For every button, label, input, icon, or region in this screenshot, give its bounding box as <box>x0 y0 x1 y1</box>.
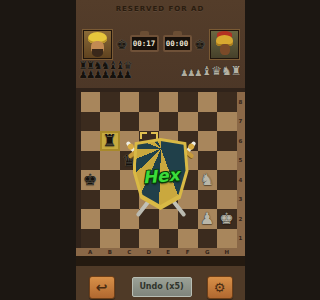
file-label-c: C <box>120 248 140 256</box>
square-d2[interactable] <box>139 209 159 229</box>
captured-black-pawns-tray: ♟♟♟♟♟♟♟ <box>79 63 131 82</box>
square-c8[interactable] <box>120 92 140 112</box>
square-c6[interactable] <box>120 131 140 151</box>
rank-label-8: 8 <box>237 92 245 112</box>
square-e5[interactable] <box>159 151 179 171</box>
square-e7[interactable] <box>159 112 179 132</box>
square-f5[interactable] <box>178 151 198 171</box>
square-h2[interactable]: ♚ <box>217 209 237 229</box>
square-b4[interactable] <box>100 170 120 190</box>
captured-rook-icon: ♜ <box>231 64 242 78</box>
square-a3[interactable] <box>81 190 101 210</box>
square-c4[interactable] <box>120 170 140 190</box>
rank-label-2: 2 <box>237 209 245 229</box>
square-g1[interactable] <box>198 229 218 249</box>
file-label-e: E <box>159 248 179 256</box>
black-king: ♚ <box>81 170 101 190</box>
rank-label-7: 7 <box>237 112 245 132</box>
square-e4[interactable] <box>159 170 179 190</box>
square-a2[interactable] <box>81 209 101 229</box>
file-label-b: B <box>100 248 120 256</box>
right-avatar-face <box>220 44 230 55</box>
square-b6[interactable]: ♜ <box>100 131 120 151</box>
captured-white-tray: ♟♟♟♝♛♞♜ <box>170 57 242 78</box>
board-grid: ♜♛♚♞♟♚ <box>81 92 237 248</box>
square-g8[interactable] <box>198 92 218 112</box>
captured-pawn-icon: ♟ <box>123 68 132 80</box>
bottom-toolbar: ↩ Undo (x5) ⚙ <box>76 266 245 300</box>
square-h6[interactable] <box>217 131 237 151</box>
square-d8[interactable] <box>139 92 159 112</box>
square-h3[interactable] <box>217 190 237 210</box>
square-g4[interactable]: ♞ <box>198 170 218 190</box>
settings-gear-button[interactable]: ⚙ <box>207 276 233 299</box>
square-b8[interactable] <box>100 92 120 112</box>
square-h4[interactable] <box>217 170 237 190</box>
square-b3[interactable] <box>100 190 120 210</box>
square-c3[interactable] <box>120 190 140 210</box>
square-g2[interactable]: ♟ <box>198 209 218 229</box>
rank-label-5: 5 <box>237 151 245 171</box>
square-h5[interactable] <box>217 151 237 171</box>
right-side-king-icon: ♚ <box>193 36 207 54</box>
left-player-timer: 00:17 <box>130 35 159 52</box>
square-h1[interactable] <box>217 229 237 249</box>
square-e2[interactable] <box>159 209 179 229</box>
square-a4[interactable]: ♚ <box>81 170 101 190</box>
square-e6[interactable] <box>159 131 179 151</box>
square-d3[interactable] <box>139 190 159 210</box>
square-h7[interactable] <box>217 112 237 132</box>
square-e1[interactable] <box>159 229 179 249</box>
square-c5[interactable]: ♛ <box>120 151 140 171</box>
right-player-timer: 00:00 <box>163 35 192 52</box>
square-b5[interactable] <box>100 151 120 171</box>
ad-banner-placeholder: RESERVED FOR AD <box>76 5 245 13</box>
rank-label-3: 3 <box>237 190 245 210</box>
square-a1[interactable] <box>81 229 101 249</box>
square-g6[interactable] <box>198 131 218 151</box>
chess-board: ♜♛♚♞♟♚ 87654321 ABCDEFGH <box>76 88 245 256</box>
square-g7[interactable] <box>198 112 218 132</box>
white-knight: ♞ <box>198 170 218 190</box>
square-f3[interactable] <box>178 190 198 210</box>
square-c2[interactable] <box>120 209 140 229</box>
square-f8[interactable] <box>178 92 198 112</box>
white-king: ♚ <box>217 209 237 229</box>
rank-label-6: 6 <box>237 131 245 151</box>
black-rook: ♜ <box>100 131 120 151</box>
square-d6[interactable] <box>139 131 159 151</box>
file-label-f: F <box>178 248 198 256</box>
chess-app: RESERVED FOR AD ♚ 00:17 00:00 ♚ ♜♜♞♞♝♝♛ … <box>76 0 245 300</box>
square-e8[interactable] <box>159 92 179 112</box>
undo-count-button[interactable]: Undo (x5) <box>132 277 192 297</box>
square-f2[interactable] <box>178 209 198 229</box>
move-marker-corner <box>140 143 147 150</box>
square-d5[interactable] <box>139 151 159 171</box>
move-marker-corner <box>151 132 158 139</box>
square-a7[interactable] <box>81 112 101 132</box>
left-side-king-icon: ♚ <box>115 36 129 54</box>
white-pawn: ♟ <box>198 209 218 229</box>
rank-labels: 87654321 <box>237 92 245 248</box>
file-label-a: A <box>81 248 101 256</box>
square-b2[interactable] <box>100 209 120 229</box>
square-d1[interactable] <box>139 229 159 249</box>
square-d7[interactable] <box>139 112 159 132</box>
back-undo-button[interactable]: ↩ <box>89 276 115 299</box>
black-queen: ♛ <box>120 151 140 171</box>
rank-label-1: 1 <box>237 229 245 249</box>
square-a8[interactable] <box>81 92 101 112</box>
square-e3[interactable] <box>159 190 179 210</box>
square-f4[interactable] <box>178 170 198 190</box>
game-clock: 00:17 00:00 <box>130 31 192 57</box>
file-labels: ABCDEFGH <box>76 248 245 256</box>
board-bottom-edge <box>76 256 245 266</box>
square-g5[interactable] <box>198 151 218 171</box>
square-c1[interactable] <box>120 229 140 249</box>
file-label-d: D <box>139 248 159 256</box>
square-f6[interactable] <box>178 131 198 151</box>
square-b7[interactable] <box>100 112 120 132</box>
square-a6[interactable] <box>81 131 101 151</box>
square-b1[interactable] <box>100 229 120 249</box>
square-g3[interactable] <box>198 190 218 210</box>
file-label-g: G <box>198 248 218 256</box>
square-f1[interactable] <box>178 229 198 249</box>
rank-label-4: 4 <box>237 170 245 190</box>
square-h8[interactable] <box>217 92 237 112</box>
move-marker-corner <box>151 143 158 150</box>
square-f7[interactable] <box>178 112 198 132</box>
square-c7[interactable] <box>120 112 140 132</box>
square-d4[interactable] <box>139 170 159 190</box>
file-label-h: H <box>217 248 237 256</box>
move-marker-corner <box>140 132 147 139</box>
square-a5[interactable] <box>81 151 101 171</box>
right-player-avatar <box>210 30 239 59</box>
